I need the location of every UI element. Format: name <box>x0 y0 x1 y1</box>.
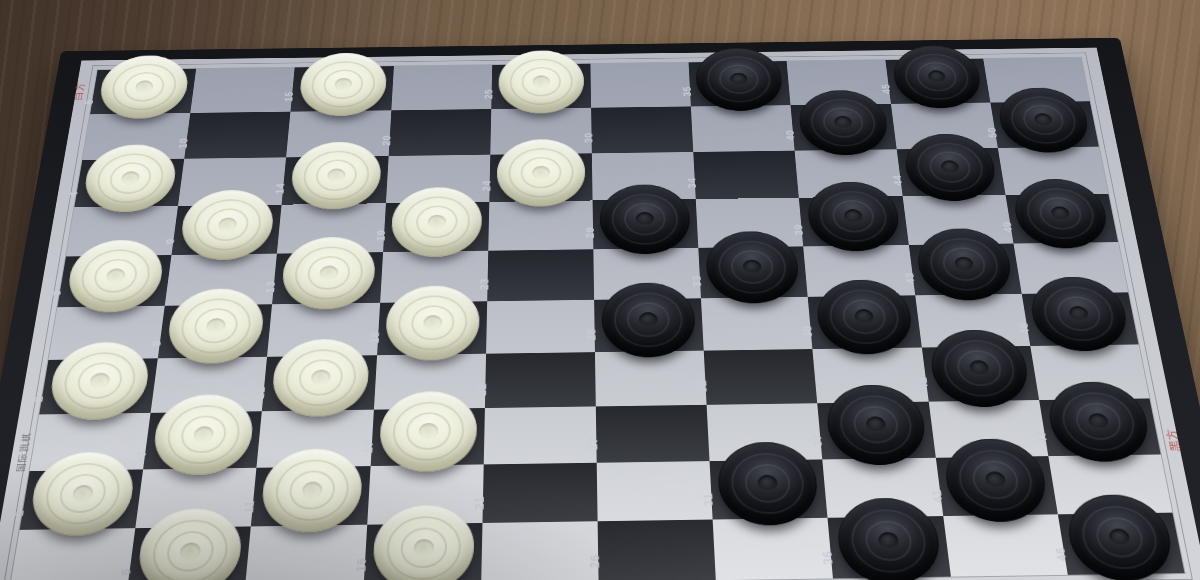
light-square <box>590 62 691 107</box>
piece-ring <box>827 289 901 345</box>
piece-ring <box>821 107 864 137</box>
piece-ring <box>744 464 792 503</box>
piece-ring <box>319 265 338 280</box>
piece-ring <box>914 142 986 192</box>
piece-ring <box>877 532 899 550</box>
piece-ring <box>636 212 654 226</box>
piece-ring <box>808 98 877 147</box>
piece-ring <box>418 423 438 439</box>
piece-ring <box>322 70 364 99</box>
piece-ring <box>1023 188 1098 240</box>
square-number: 31 <box>703 493 716 507</box>
light-square <box>391 65 492 110</box>
piece-ring <box>927 237 1002 291</box>
piece-ring <box>817 190 889 242</box>
square-number: 19 <box>375 230 386 241</box>
square-27[interactable]: 27 <box>596 405 710 463</box>
square-number: 25 <box>484 89 495 99</box>
square-number: 27 <box>588 437 600 450</box>
piece-ring <box>109 63 179 110</box>
square-34[interactable]: 34 <box>693 151 799 199</box>
piece-ring <box>1108 528 1131 546</box>
square-number: 22 <box>476 383 488 396</box>
piece-ring <box>743 260 762 275</box>
piece-ring <box>717 240 788 294</box>
piece-ring <box>334 78 352 91</box>
piece-ring <box>106 268 126 283</box>
square-number: 10 <box>178 138 190 149</box>
piece-ring <box>851 406 899 443</box>
piece-ring <box>509 58 573 105</box>
square-23[interactable]: 23 <box>487 249 594 301</box>
square-number: 24 <box>481 180 492 191</box>
board-margin-rail: 白方 磁性棋盘 国际跳棋 磁性折叠国际跳棋 黑方 515253545102030… <box>0 48 1200 580</box>
square-20[interactable]: 20 <box>388 109 491 156</box>
light-square <box>9 528 135 580</box>
piece-ring <box>385 515 462 580</box>
piece-ring <box>206 318 226 333</box>
square-number: 26 <box>589 554 601 568</box>
piece-ring <box>955 350 1003 386</box>
piece-ring <box>121 171 141 185</box>
square-number: 48 <box>1018 322 1031 334</box>
piece-ring <box>1033 113 1053 126</box>
piece-ring <box>178 298 253 354</box>
light-square <box>691 105 795 152</box>
square-number: 1 <box>13 510 26 517</box>
piece-ring <box>863 521 913 561</box>
light-square <box>245 525 366 580</box>
piece-ring <box>1007 96 1080 145</box>
piece-ring <box>968 360 989 376</box>
piece-ring <box>297 359 343 395</box>
piece-ring <box>400 528 448 569</box>
square-26[interactable]: 26 <box>598 520 716 580</box>
piece-ring <box>205 208 250 241</box>
light-square <box>943 514 1068 576</box>
square-number: 16 <box>355 558 368 572</box>
piece-ring <box>611 193 679 245</box>
light-square <box>190 67 295 113</box>
square-number: 5 <box>84 99 95 104</box>
piece-ring <box>193 426 214 442</box>
piece-ring <box>730 73 748 86</box>
piece-ring <box>301 481 322 498</box>
piece-ring <box>624 203 666 235</box>
square-number: 36 <box>822 551 835 565</box>
square-number: 44 <box>892 175 904 186</box>
piece-ring <box>397 295 468 351</box>
piece-ring <box>854 309 874 324</box>
piece-ring <box>927 70 946 83</box>
square-number: 28 <box>586 328 597 340</box>
square-number: 8 <box>151 340 163 346</box>
square-number: 11 <box>244 500 257 513</box>
square-number: 17 <box>362 440 374 453</box>
piece-ring <box>410 305 454 340</box>
light-square <box>486 300 595 354</box>
piece-ring <box>78 249 154 303</box>
piece-ring <box>613 292 684 348</box>
piece-ring <box>521 67 560 96</box>
piece-ring <box>108 162 153 194</box>
piece-ring <box>627 302 671 337</box>
light-square <box>701 297 813 351</box>
piece-ring <box>423 315 442 330</box>
square-number: 42 <box>917 377 930 390</box>
piece-ring <box>915 62 958 91</box>
square-number: 50 <box>986 127 998 138</box>
square-number: 45 <box>880 84 892 94</box>
piece-ring <box>532 166 550 180</box>
square-number: 12 <box>255 386 268 399</box>
piece-ring <box>413 539 434 557</box>
piece-ring <box>1073 403 1124 440</box>
piece-ring <box>75 362 124 398</box>
square-number: 18 <box>369 331 381 343</box>
light-square <box>713 518 834 580</box>
piece-ring <box>902 53 972 100</box>
piece-ring <box>521 157 562 188</box>
square-number: 33 <box>692 275 704 287</box>
piece-ring <box>122 72 166 102</box>
piece-ring <box>94 153 167 204</box>
draughts-board: 白方 磁性棋盘 国际跳棋 磁性折叠国际跳棋 黑方 515253545102030… <box>0 38 1200 580</box>
square-number: 6 <box>120 568 133 575</box>
piece-ring <box>1054 296 1103 331</box>
piece-ring <box>730 452 807 515</box>
piece-ring <box>149 519 231 580</box>
piece-ring <box>288 471 336 510</box>
square-21[interactable]: 21 <box>482 463 597 523</box>
piece-ring <box>508 147 574 198</box>
square-number: 7 <box>136 450 149 457</box>
piece-ring <box>41 462 123 525</box>
square-10[interactable]: 10 <box>184 112 290 159</box>
square-number: 43 <box>904 272 916 284</box>
light-square <box>595 351 707 407</box>
piece-ring <box>757 475 778 492</box>
piece-ring <box>402 196 470 248</box>
piece-ring <box>1058 391 1140 451</box>
square-number: 46 <box>1054 547 1068 561</box>
piece-ring <box>415 206 458 239</box>
piece-ring <box>1068 306 1089 321</box>
piece-ring <box>57 474 108 513</box>
piece-ring <box>191 199 263 251</box>
square-number: 39 <box>793 224 805 235</box>
square-number: 20 <box>381 135 392 146</box>
piece-ring <box>92 259 139 293</box>
square-32[interactable]: 32 <box>704 349 818 405</box>
piece-ring <box>719 64 760 93</box>
square-number: 41 <box>931 490 944 504</box>
piece-ring <box>1050 206 1070 220</box>
light-square <box>597 461 713 521</box>
square-number: 9 <box>165 238 177 244</box>
square-number: 14 <box>275 183 287 194</box>
piece-ring <box>164 404 242 465</box>
piece-ring <box>1040 286 1118 342</box>
piece-ring <box>405 412 451 450</box>
piece-ring <box>306 256 351 290</box>
piece-ring <box>314 160 357 191</box>
piece-ring <box>72 485 94 502</box>
square-number: 37 <box>812 434 825 447</box>
piece-ring <box>1093 517 1146 557</box>
square-22[interactable]: 22 <box>485 352 596 408</box>
square-number: 3 <box>51 290 63 296</box>
square-number: 30 <box>584 133 595 144</box>
square-number: 47 <box>1035 431 1049 444</box>
square-number: 15 <box>284 92 295 102</box>
piece-ring <box>218 217 238 231</box>
piece-ring <box>1087 413 1109 429</box>
piece-ring <box>292 246 364 300</box>
square-number: 13 <box>265 281 277 293</box>
piece-ring <box>984 471 1006 488</box>
piece-ring <box>940 160 959 174</box>
piece-ring <box>60 352 139 410</box>
piece-ring <box>533 75 550 88</box>
piece-ring <box>955 449 1036 511</box>
piece-ring <box>165 531 216 572</box>
piece-ring <box>1077 505 1162 570</box>
piece-ring <box>837 395 914 455</box>
square-number: 2 <box>33 396 46 402</box>
piece-ring <box>843 209 862 223</box>
piece-ring <box>310 370 330 386</box>
square-number: 32 <box>697 380 709 393</box>
white-side-label: 白方 <box>73 82 86 100</box>
piece-ring <box>327 168 346 182</box>
square-number: 38 <box>802 325 814 337</box>
piece-ring <box>865 416 886 432</box>
piece-ring <box>940 339 1018 397</box>
piece-ring <box>833 116 852 129</box>
piece-ring <box>841 299 887 334</box>
piece-ring <box>283 348 358 406</box>
square-number: 35 <box>682 86 693 96</box>
piece-ring <box>193 308 240 343</box>
tabletop-photo: 白方 磁性棋盘 国际跳棋 磁性折叠国际跳棋 黑方 515253545102030… <box>0 0 1200 580</box>
piece-ring <box>391 401 465 461</box>
piece-ring <box>1037 197 1084 229</box>
piece-ring <box>639 312 658 327</box>
square-number: 23 <box>479 278 490 290</box>
piece-ring <box>848 509 929 574</box>
piece-ring <box>954 257 974 272</box>
piece-ring <box>273 459 351 522</box>
square-number: 29 <box>585 227 596 238</box>
square-number: 4 <box>68 191 80 197</box>
square-number: 49 <box>1002 221 1015 232</box>
square-number: 40 <box>785 130 796 141</box>
piece-ring <box>970 461 1020 500</box>
square-number: 34 <box>687 178 698 189</box>
piece-ring <box>309 61 376 108</box>
light-square <box>481 521 599 580</box>
piece-ring <box>941 247 988 281</box>
light-square <box>484 406 597 464</box>
piece-ring <box>730 250 774 284</box>
piece-ring <box>179 416 228 454</box>
piece-ring <box>301 150 370 201</box>
piece-ring <box>927 152 972 183</box>
square-number: 21 <box>474 496 486 510</box>
piece-ring <box>831 200 876 232</box>
piece-ring <box>180 542 202 560</box>
light-square <box>488 200 593 250</box>
piece-ring <box>135 80 154 93</box>
square-30[interactable]: 30 <box>591 106 693 153</box>
piece-ring <box>706 56 772 103</box>
piece-ring <box>427 215 446 229</box>
piece-ring <box>89 373 110 389</box>
piece-ring <box>1021 105 1066 135</box>
